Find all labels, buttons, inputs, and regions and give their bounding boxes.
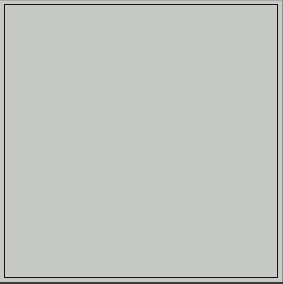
chess-board <box>4 4 278 278</box>
frame-edge-top <box>0 0 283 1</box>
frame-edge-right <box>282 0 283 284</box>
chess-window-frame <box>0 0 283 284</box>
